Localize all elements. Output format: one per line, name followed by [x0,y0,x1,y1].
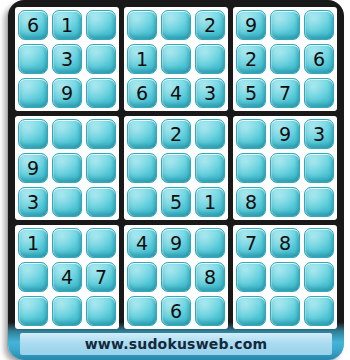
cell-r2c5[interactable] [161,44,191,74]
cell-r6c9[interactable] [304,187,334,217]
cell-r5c6[interactable] [195,153,225,183]
cell-r3c7[interactable]: 5 [236,78,266,108]
cell-r8c6[interactable]: 8 [195,262,225,292]
cell-r6c5[interactable]: 5 [161,187,191,217]
box-5: 251 [124,116,228,220]
sudoku-grid: 6139216439265793251938147498678 [15,7,337,329]
box-9: 78 [233,225,337,329]
cell-r9c1[interactable] [18,296,48,326]
cell-r3c6[interactable]: 3 [195,78,225,108]
cell-r6c2[interactable] [52,187,82,217]
cell-r9c8[interactable] [270,296,300,326]
cell-r6c1[interactable]: 3 [18,187,48,217]
cell-r6c7[interactable]: 8 [236,187,266,217]
cell-r2c9[interactable]: 6 [304,44,334,74]
cell-r7c2[interactable] [52,228,82,258]
cell-r2c8[interactable] [270,44,300,74]
cell-r8c9[interactable] [304,262,334,292]
cell-r8c3[interactable]: 7 [86,262,116,292]
cell-r8c7[interactable] [236,262,266,292]
cell-r6c4[interactable] [127,187,157,217]
footer-band: www.sudokusweb.com [20,333,332,355]
cell-r3c5[interactable]: 4 [161,78,191,108]
cell-r2c3[interactable] [86,44,116,74]
cell-r5c7[interactable] [236,153,266,183]
cell-r5c9[interactable] [304,153,334,183]
cell-r1c3[interactable] [86,10,116,40]
box-8: 4986 [124,225,228,329]
cell-r1c2[interactable]: 1 [52,10,82,40]
cell-r4c8[interactable]: 9 [270,119,300,149]
cell-r7c9[interactable] [304,228,334,258]
box-6: 938 [233,116,337,220]
cell-r7c5[interactable]: 9 [161,228,191,258]
cell-r9c2[interactable] [52,296,82,326]
cell-r2c4[interactable]: 1 [127,44,157,74]
cell-r9c6[interactable] [195,296,225,326]
cell-r9c7[interactable] [236,296,266,326]
cell-r2c6[interactable] [195,44,225,74]
sudoku-board: 6139216439265793251938147498678 www.sudo… [8,0,344,360]
cell-r6c6[interactable]: 1 [195,187,225,217]
cell-r6c3[interactable] [86,187,116,217]
cell-r5c2[interactable] [52,153,82,183]
cell-r4c9[interactable]: 3 [304,119,334,149]
cell-r3c1[interactable] [18,78,48,108]
cell-r7c4[interactable]: 4 [127,228,157,258]
cell-r7c8[interactable]: 8 [270,228,300,258]
cell-r7c3[interactable] [86,228,116,258]
box-4: 93 [15,116,119,220]
cell-r1c4[interactable] [127,10,157,40]
cell-r8c2[interactable]: 4 [52,262,82,292]
cell-r1c7[interactable]: 9 [236,10,266,40]
cell-r5c3[interactable] [86,153,116,183]
cell-r4c5[interactable]: 2 [161,119,191,149]
cell-r5c8[interactable] [270,153,300,183]
cell-r1c6[interactable]: 2 [195,10,225,40]
cell-r3c3[interactable] [86,78,116,108]
cell-r9c4[interactable] [127,296,157,326]
cell-r4c7[interactable] [236,119,266,149]
cell-r4c6[interactable] [195,119,225,149]
box-7: 147 [15,225,119,329]
cell-r9c5[interactable]: 6 [161,296,191,326]
box-1: 6139 [15,7,119,111]
cell-r1c9[interactable] [304,10,334,40]
cell-r7c7[interactable]: 7 [236,228,266,258]
cell-r1c1[interactable]: 6 [18,10,48,40]
cell-r9c9[interactable] [304,296,334,326]
cell-r4c3[interactable] [86,119,116,149]
cell-r3c4[interactable]: 6 [127,78,157,108]
cell-r4c2[interactable] [52,119,82,149]
cell-r8c8[interactable] [270,262,300,292]
cell-r3c8[interactable]: 7 [270,78,300,108]
cell-r8c1[interactable] [18,262,48,292]
cell-r5c5[interactable] [161,153,191,183]
box-3: 92657 [233,7,337,111]
site-link[interactable]: www.sudokusweb.com [85,336,268,352]
cell-r5c1[interactable]: 9 [18,153,48,183]
cell-r7c6[interactable] [195,228,225,258]
cell-r8c4[interactable] [127,262,157,292]
cell-r4c4[interactable] [127,119,157,149]
cell-r9c3[interactable] [86,296,116,326]
cell-r3c2[interactable]: 9 [52,78,82,108]
cell-r8c5[interactable] [161,262,191,292]
box-2: 21643 [124,7,228,111]
cell-r4c1[interactable] [18,119,48,149]
cell-r3c9[interactable] [304,78,334,108]
cell-r2c1[interactable] [18,44,48,74]
cell-r1c8[interactable] [270,10,300,40]
cell-r2c2[interactable]: 3 [52,44,82,74]
cell-r7c1[interactable]: 1 [18,228,48,258]
cell-r1c5[interactable] [161,10,191,40]
cell-r6c8[interactable] [270,187,300,217]
cell-r2c7[interactable]: 2 [236,44,266,74]
cell-r5c4[interactable] [127,153,157,183]
